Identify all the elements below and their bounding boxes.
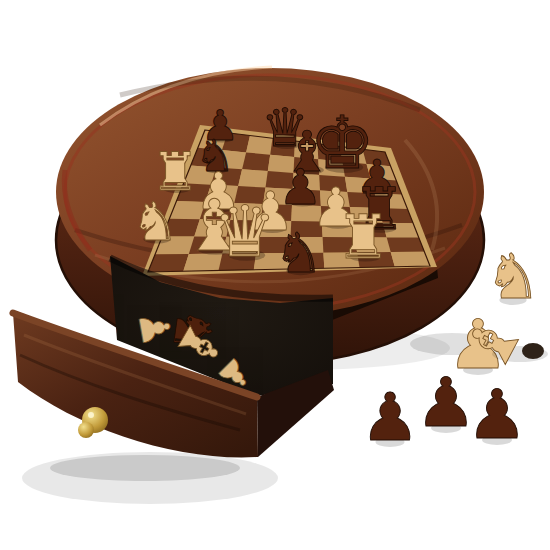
light-queen-c2: ♛ (213, 191, 276, 273)
light-knight-a2: ♞ (132, 191, 179, 252)
felt-base (522, 343, 544, 359)
knob-highlight (88, 412, 94, 418)
square-h1 (391, 252, 430, 267)
chess-set-scene: ♟♟♞♝♟♟ ♟♛♝♚♞♟♜♟♟♟♟♜♞♝♛♜♞ ♞♟♝♟♟♟ (0, 0, 550, 550)
offboard-light-knight-0: ♞ (485, 240, 541, 313)
drawer-knob-ball[interactable] (78, 422, 94, 438)
drawer-shadow-inner (50, 455, 240, 481)
offboard-dark-pawn-5: ♟ (467, 375, 528, 454)
light-rook-g2: ♜ (336, 202, 390, 272)
dark-knight-e1: ♞ (274, 221, 323, 285)
product-photo-stage: ♟♟♞♝♟♟ ♟♛♝♚♞♟♜♟♟♟♟♜♞♝♛♜♞ ♞♟♝♟♟♟ (0, 0, 550, 550)
offboard-dark-pawn-3: ♟ (360, 379, 419, 456)
